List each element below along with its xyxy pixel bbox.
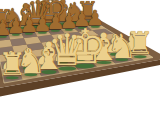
- chess-set-product-photo: ♜♞♝♚♛♝♞♜♟♟♟♟♟♟♟♟♟♟♟♟♟♟♟♟♜♞♝♚♛♝♞♜: [0, 0, 160, 120]
- pawn-glyph: ♟: [0, 18, 12, 39]
- pieces-layer: ♜♞♝♚♛♝♞♜♟♟♟♟♟♟♟♟♟♟♟♟♟♟♟♟♜♞♝♚♛♝♞♜: [0, 0, 160, 120]
- rook-glyph: ♜: [0, 49, 27, 80]
